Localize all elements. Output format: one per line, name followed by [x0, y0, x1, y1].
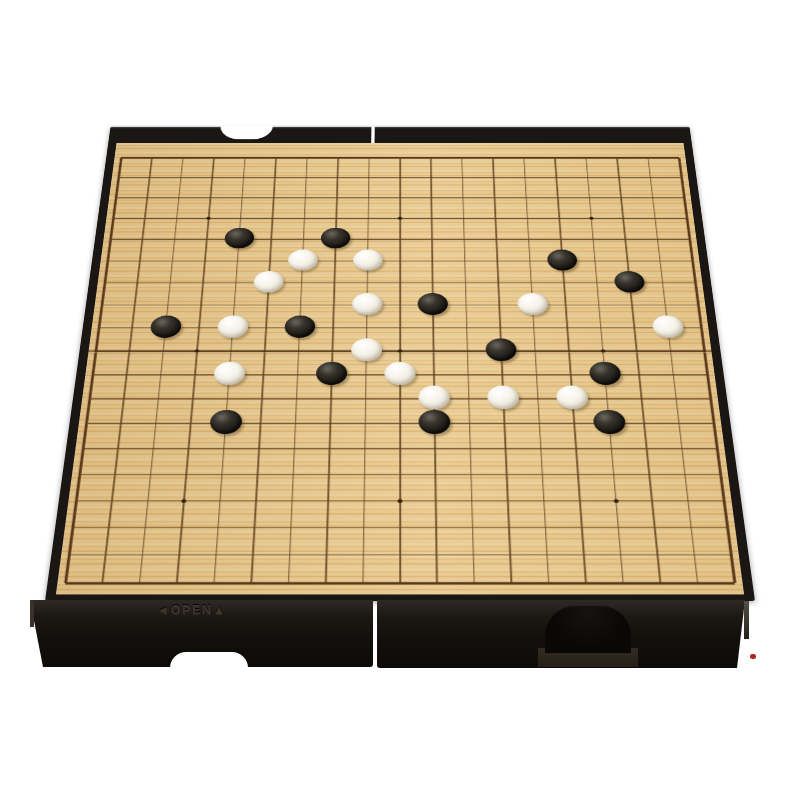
- rim-top-highlight: [110, 127, 689, 129]
- drawer-notch-handle[interactable]: [170, 652, 248, 668]
- grid-line-vertical: [678, 158, 736, 583]
- grid-line-vertical: [461, 158, 475, 583]
- black-stone[interactable]: [588, 362, 621, 385]
- grid-line-horizontal: [83, 448, 717, 449]
- grid-line-vertical: [554, 158, 586, 583]
- grid-line-vertical: [492, 158, 512, 583]
- grid-line-vertical: [64, 158, 122, 583]
- grid-line-vertical: [288, 158, 308, 583]
- grid-line-vertical: [430, 158, 438, 583]
- black-stone[interactable]: [149, 315, 182, 337]
- hoshi-point: [589, 217, 594, 220]
- white-stone[interactable]: [351, 338, 382, 361]
- black-stone[interactable]: [284, 315, 315, 337]
- white-stone[interactable]: [217, 315, 249, 337]
- white-stone[interactable]: [353, 249, 383, 270]
- grid-line-vertical: [362, 158, 370, 583]
- drawer-arch-handle[interactable]: [545, 606, 631, 653]
- grid-line-horizontal: [69, 554, 731, 555]
- hoshi-point: [398, 217, 402, 220]
- hoshi-point: [207, 217, 212, 220]
- black-stone[interactable]: [224, 228, 255, 249]
- hoshi-point: [182, 499, 187, 503]
- white-stone[interactable]: [213, 362, 246, 385]
- hoshi-point: [398, 349, 403, 352]
- grid-line-vertical: [176, 158, 215, 583]
- white-stone[interactable]: [651, 315, 684, 337]
- base-right-edge-highlight: [744, 601, 749, 639]
- grid-line-vertical: [251, 158, 277, 583]
- black-stone[interactable]: [486, 338, 518, 361]
- board-rim: [45, 127, 755, 601]
- goban-grid: [65, 158, 734, 583]
- white-stone[interactable]: [253, 271, 284, 292]
- open-label: ◄OPEN▲: [157, 603, 227, 617]
- white-stone[interactable]: [517, 293, 548, 315]
- black-stone[interactable]: [209, 410, 242, 434]
- grid-line-horizontal: [65, 582, 735, 584]
- grid-line-horizontal: [89, 398, 710, 399]
- product-photo-scene: ◄OPEN▲: [0, 0, 800, 800]
- white-stone[interactable]: [384, 362, 415, 385]
- hoshi-point: [613, 499, 618, 503]
- black-stone[interactable]: [547, 249, 578, 270]
- rim-notch-cutout: [220, 126, 273, 139]
- grid-line-vertical: [647, 158, 698, 583]
- black-stone[interactable]: [592, 410, 626, 434]
- base-left-edge-highlight: [30, 601, 34, 627]
- grid-line-horizontal: [73, 527, 728, 528]
- grid-line-vertical: [139, 158, 184, 583]
- white-stone[interactable]: [352, 293, 382, 315]
- black-stone[interactable]: [418, 293, 448, 315]
- black-stone[interactable]: [321, 228, 351, 249]
- white-stone[interactable]: [556, 386, 589, 410]
- rim-fold-seam: [371, 126, 374, 143]
- go-board-3d: [45, 127, 755, 601]
- grid-line-vertical: [523, 158, 549, 583]
- black-stone[interactable]: [316, 362, 348, 385]
- black-stone[interactable]: [614, 271, 646, 292]
- grid-line-horizontal: [80, 474, 721, 475]
- black-stone[interactable]: [419, 410, 451, 434]
- white-stone[interactable]: [419, 386, 451, 410]
- white-stone[interactable]: [287, 249, 317, 270]
- white-stone[interactable]: [487, 386, 519, 410]
- wood-surface: [56, 143, 744, 594]
- hoshi-point: [600, 349, 605, 352]
- red-latch-dot: [750, 654, 756, 659]
- hoshi-point: [398, 499, 403, 503]
